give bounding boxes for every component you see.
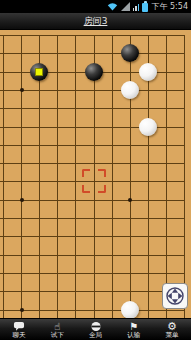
grid-line: [21, 35, 22, 318]
grid-line: [0, 108, 185, 109]
toolbar-item-label: 试下: [51, 332, 64, 339]
toolbar-item-label: 聊天: [13, 332, 26, 339]
grid-line: [112, 35, 113, 318]
pan-button[interactable]: [162, 283, 188, 309]
stone-black-O17: [85, 63, 103, 81]
dpad-arrows-icon: [165, 286, 185, 306]
pointing-hand-icon: ☝: [54, 321, 60, 332]
grid-line: [166, 35, 167, 318]
grid-line: [0, 200, 185, 201]
grid-line: [0, 90, 185, 91]
toolbar-item-label: 认输: [127, 332, 140, 339]
stone-white-R17: [139, 63, 157, 81]
title-bar: 房间3: [0, 13, 191, 30]
grid-line: [0, 310, 185, 311]
battery-icon: [142, 3, 148, 12]
grid-line: [0, 218, 185, 219]
signal-triangle-icon: [121, 2, 130, 11]
grid-line: [0, 53, 185, 54]
toolbar-item-3[interactable]: 全局: [76, 319, 114, 340]
grid-line: [3, 35, 4, 318]
toolbar-item-label: 菜单: [165, 332, 178, 339]
grid-line: [0, 236, 185, 237]
star-point: [20, 88, 24, 92]
grid-line: [0, 145, 185, 146]
toolbar-item-2[interactable]: ☝试下: [38, 319, 76, 340]
grid-line: [184, 35, 185, 318]
wifi-icon: [107, 2, 118, 11]
star-point: [20, 308, 24, 312]
phone-screen: 下午 5:54 房间3 聊天☝试下全局⚑认输⚙菜单: [0, 0, 191, 340]
resign-flag-icon: ⚑: [129, 321, 138, 332]
toolbar-item-4[interactable]: ⚑认输: [115, 319, 153, 340]
last-move-marker: [35, 68, 43, 76]
toolbar-item-1[interactable]: 聊天: [0, 319, 38, 340]
stone-white-R14: [139, 118, 157, 136]
grid-line: [0, 163, 185, 164]
stone-black-Q18: [121, 44, 139, 62]
room-title: 房间3: [84, 13, 108, 30]
chat-bubble-icon: [13, 321, 25, 332]
status-time: 下午 5:54: [151, 0, 188, 13]
grid-line: [130, 35, 131, 318]
toolbar-item-label: 全局: [89, 332, 102, 339]
status-bar: 下午 5:54: [0, 0, 191, 13]
grid-line: [75, 35, 76, 318]
grid-line: [0, 291, 185, 292]
mobile-signal-icon: [133, 3, 140, 11]
grid-line: [0, 255, 185, 256]
gear-icon: ⚙: [167, 321, 177, 332]
bottom-toolbar: 聊天☝试下全局⚑认输⚙菜单: [0, 318, 191, 340]
stone-white-Q4: [121, 301, 139, 319]
grid-line: [0, 35, 185, 36]
star-point: [20, 198, 24, 202]
grid-line: [0, 127, 185, 128]
go-board[interactable]: [0, 30, 191, 318]
move-cursor: [82, 169, 106, 193]
toolbar-item-5[interactable]: ⚙菜单: [153, 319, 191, 340]
grid-line: [57, 35, 58, 318]
whole-board-icon: [90, 321, 102, 332]
star-point: [128, 198, 132, 202]
stone-white-Q16: [121, 81, 139, 99]
grid-line: [0, 273, 185, 274]
stone-black-L17: [30, 63, 48, 81]
